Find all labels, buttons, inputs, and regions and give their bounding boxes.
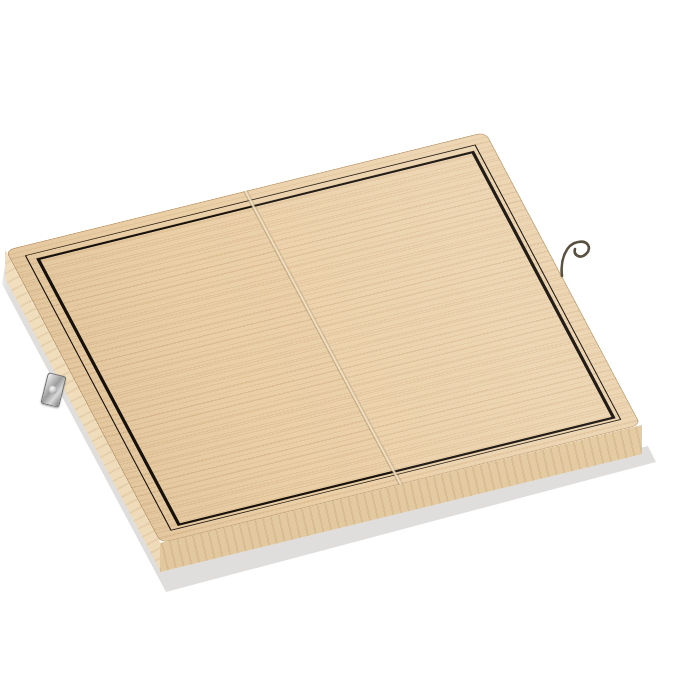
chess-set-photo xyxy=(0,0,700,700)
latch-clasp-icon xyxy=(40,372,66,408)
latch-hook-icon xyxy=(556,236,596,280)
